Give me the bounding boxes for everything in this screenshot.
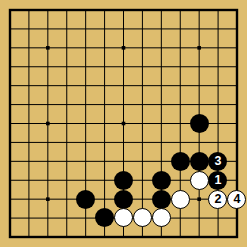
stone-black-F2[interactable] [95,208,114,227]
stones-layer: 3124 [1,1,247,247]
stone-white-move-4-N3[interactable]: 4 [227,190,246,209]
stone-black-G3[interactable] [114,190,133,209]
stone-black-L5[interactable] [190,152,209,171]
stone-white-H2[interactable] [133,208,152,227]
stone-white-move-2-M3[interactable]: 2 [208,190,227,209]
stone-white-J2[interactable] [152,208,171,227]
stone-black-K5[interactable] [171,152,190,171]
stone-black-L7[interactable] [190,114,209,133]
stone-black-J4[interactable] [152,171,171,190]
stone-black-J3[interactable] [152,190,171,209]
stone-black-E3[interactable] [76,190,95,209]
stone-black-move-1-M4[interactable]: 1 [208,171,227,190]
stone-white-G2[interactable] [114,208,133,227]
stone-black-G4[interactable] [114,171,133,190]
go-board: 3124 [0,0,247,247]
stone-white-K3[interactable] [171,190,190,209]
stone-black-move-3-M5[interactable]: 3 [208,152,227,171]
stone-white-L4[interactable] [190,171,209,190]
